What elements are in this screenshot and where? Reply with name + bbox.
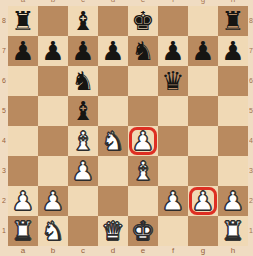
rank-label-right-4: 4 — [248, 126, 253, 156]
square-d1[interactable]: ♛ — [98, 216, 128, 246]
square-h2[interactable]: ♟ — [218, 186, 248, 216]
black-pawn[interactable]: ♟ — [41, 36, 64, 66]
rank-label-right-8: 8 — [248, 6, 253, 36]
file-label-top-h: h — [218, 0, 248, 5]
white-pawn[interactable]: ♟ — [131, 126, 154, 156]
black-pawn[interactable]: ♟ — [191, 36, 214, 66]
white-bishop[interactable]: ♝ — [131, 156, 154, 186]
white-knight[interactable]: ♞ — [101, 126, 124, 156]
chess-board-widget: abcdefgh 87654321 87654321 abcdefgh ♜♝♚♜… — [0, 0, 253, 256]
square-g3[interactable] — [188, 156, 218, 186]
square-c5[interactable]: ♝ — [68, 96, 98, 126]
square-b8[interactable] — [38, 6, 68, 36]
file-label-h: h — [218, 246, 248, 256]
file-label-a: a — [8, 246, 38, 256]
white-pawn[interactable]: ♟ — [161, 186, 184, 216]
rank-label-4: 4 — [0, 126, 8, 156]
white-pawn[interactable]: ♟ — [221, 186, 244, 216]
file-label-b: b — [38, 246, 68, 256]
rank-label-2: 2 — [0, 186, 8, 216]
square-g6[interactable] — [188, 66, 218, 96]
rank-labels-right: 87654321 — [248, 6, 253, 246]
square-f7[interactable]: ♟ — [158, 36, 188, 66]
square-d3[interactable] — [98, 156, 128, 186]
square-a1[interactable]: ♜ — [8, 216, 38, 246]
square-b7[interactable]: ♟ — [38, 36, 68, 66]
file-label-top-b: b — [38, 0, 68, 5]
rank-labels-left: 87654321 — [0, 6, 8, 246]
black-pawn[interactable]: ♟ — [161, 36, 184, 66]
square-f8[interactable] — [158, 6, 188, 36]
file-label-top-d: d — [98, 0, 128, 5]
square-g7[interactable]: ♟ — [188, 36, 218, 66]
black-pawn[interactable]: ♟ — [11, 36, 34, 66]
square-a4[interactable] — [8, 126, 38, 156]
square-d8[interactable] — [98, 6, 128, 36]
file-label-e: e — [128, 246, 158, 256]
square-b5[interactable] — [38, 96, 68, 126]
square-f6[interactable]: ♛ — [158, 66, 188, 96]
square-c7[interactable]: ♟ — [68, 36, 98, 66]
white-rook[interactable]: ♜ — [221, 216, 244, 246]
square-g4[interactable] — [188, 126, 218, 156]
square-e4[interactable]: ♟ — [128, 126, 158, 156]
square-f1[interactable] — [158, 216, 188, 246]
square-a7[interactable]: ♟ — [8, 36, 38, 66]
rank-label-right-3: 3 — [248, 156, 253, 186]
white-pawn[interactable]: ♟ — [41, 186, 64, 216]
square-a8[interactable]: ♜ — [8, 6, 38, 36]
rank-label-right-1: 1 — [248, 216, 253, 246]
rank-label-6: 6 — [0, 66, 8, 96]
square-g8[interactable] — [188, 6, 218, 36]
chess-board: ♜♝♚♜♟♟♟♟♞♟♟♟♞♛♝♝♞♟♟♝♟♟♟♟♟♜♞♛♚♜ — [8, 6, 248, 246]
black-queen[interactable]: ♛ — [161, 66, 184, 96]
rank-label-right-7: 7 — [248, 36, 253, 66]
square-h8[interactable]: ♜ — [218, 6, 248, 36]
white-pawn[interactable]: ♟ — [71, 156, 94, 186]
file-label-top-f: f — [158, 0, 188, 5]
file-label-top-a: a — [8, 0, 38, 5]
white-knight[interactable]: ♞ — [41, 216, 64, 246]
file-label-c: c — [68, 246, 98, 256]
square-d2[interactable] — [98, 186, 128, 216]
square-e1[interactable]: ♚ — [128, 216, 158, 246]
square-h1[interactable]: ♜ — [218, 216, 248, 246]
square-f4[interactable] — [158, 126, 188, 156]
square-b6[interactable] — [38, 66, 68, 96]
rank-label-5: 5 — [0, 96, 8, 126]
file-label-top-g: g — [188, 0, 218, 5]
rank-label-7: 7 — [0, 36, 8, 66]
square-a5[interactable] — [8, 96, 38, 126]
square-c3[interactable]: ♟ — [68, 156, 98, 186]
square-b2[interactable]: ♟ — [38, 186, 68, 216]
square-f5[interactable] — [158, 96, 188, 126]
square-g5[interactable] — [188, 96, 218, 126]
rank-label-3: 3 — [0, 156, 8, 186]
square-e2[interactable] — [128, 186, 158, 216]
black-knight[interactable]: ♞ — [71, 66, 94, 96]
rank-label-1: 1 — [0, 216, 8, 246]
square-d7[interactable]: ♟ — [98, 36, 128, 66]
square-h7[interactable]: ♟ — [218, 36, 248, 66]
black-king[interactable]: ♚ — [131, 6, 154, 36]
square-d4[interactable]: ♞ — [98, 126, 128, 156]
square-h5[interactable] — [218, 96, 248, 126]
square-e3[interactable]: ♝ — [128, 156, 158, 186]
black-knight[interactable]: ♞ — [131, 36, 154, 66]
square-f3[interactable] — [158, 156, 188, 186]
file-label-g: g — [188, 246, 218, 256]
square-b1[interactable]: ♞ — [38, 216, 68, 246]
black-pawn[interactable]: ♟ — [101, 36, 124, 66]
rank-label-right-6: 6 — [248, 66, 253, 96]
square-c8[interactable]: ♝ — [68, 6, 98, 36]
rank-label-right-5: 5 — [248, 96, 253, 126]
square-e7[interactable]: ♞ — [128, 36, 158, 66]
black-pawn[interactable]: ♟ — [71, 36, 94, 66]
square-c4[interactable]: ♝ — [68, 126, 98, 156]
white-king[interactable]: ♚ — [131, 216, 154, 246]
square-c1[interactable] — [68, 216, 98, 246]
square-e6[interactable] — [128, 66, 158, 96]
file-labels-bottom: abcdefgh — [8, 246, 248, 256]
file-label-d: d — [98, 246, 128, 256]
square-d6[interactable] — [98, 66, 128, 96]
square-h6[interactable] — [218, 66, 248, 96]
square-a2[interactable]: ♟ — [8, 186, 38, 216]
square-c6[interactable]: ♞ — [68, 66, 98, 96]
square-g1[interactable] — [188, 216, 218, 246]
file-label-top-c: c — [68, 0, 98, 5]
rank-label-right-2: 2 — [248, 186, 253, 216]
square-g2[interactable]: ♟ — [188, 186, 218, 216]
square-h4[interactable] — [218, 126, 248, 156]
square-a3[interactable] — [8, 156, 38, 186]
white-rook[interactable]: ♜ — [11, 216, 34, 246]
black-pawn[interactable]: ♟ — [221, 36, 244, 66]
square-b3[interactable] — [38, 156, 68, 186]
file-label-top-e: e — [128, 0, 158, 5]
square-f2[interactable]: ♟ — [158, 186, 188, 216]
rank-label-8: 8 — [0, 6, 8, 36]
file-label-f: f — [158, 246, 188, 256]
white-bishop[interactable]: ♝ — [71, 126, 94, 156]
square-a6[interactable] — [8, 66, 38, 96]
square-c2[interactable] — [68, 186, 98, 216]
square-d5[interactable] — [98, 96, 128, 126]
square-e5[interactable] — [128, 96, 158, 126]
black-bishop[interactable]: ♝ — [71, 6, 94, 36]
black-rook[interactable]: ♜ — [11, 6, 34, 36]
black-rook[interactable]: ♜ — [221, 6, 244, 36]
square-e8[interactable]: ♚ — [128, 6, 158, 36]
square-b4[interactable] — [38, 126, 68, 156]
white-pawn[interactable]: ♟ — [191, 186, 214, 216]
black-bishop[interactable]: ♝ — [71, 96, 94, 126]
white-queen[interactable]: ♛ — [101, 216, 124, 246]
white-pawn[interactable]: ♟ — [11, 186, 34, 216]
square-h3[interactable] — [218, 156, 248, 186]
